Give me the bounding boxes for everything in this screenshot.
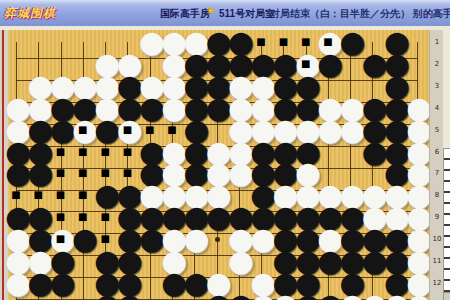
row-label: 11 (430, 257, 444, 265)
black-territory-marker: ■ (72, 184, 94, 206)
black-territory-marker: ■ (72, 141, 94, 163)
black-territory-marker: ■ (116, 162, 138, 184)
row-label: 12 (430, 279, 444, 287)
game-status-text: 对局结束（白：目半胜／分先） 别的高手入室（ (270, 7, 450, 21)
black-territory-marker: ■ (94, 206, 116, 228)
row-label: 7 (430, 169, 444, 177)
black-territory-marker: ■ (94, 162, 116, 184)
black-territory-marker: ■ (5, 184, 27, 206)
row-label: 5 (430, 126, 444, 134)
row-label: 10 (430, 235, 444, 243)
row-label: 8 (430, 191, 444, 199)
room-category-label: 国际高手房 (160, 7, 210, 21)
row-label: 4 (430, 104, 444, 112)
black-territory-marker: ■ (272, 31, 294, 53)
row-label: 3 (430, 82, 444, 90)
black-territory-marker: ■ (250, 31, 272, 53)
black-territory-marker: ■ (139, 119, 161, 141)
red-accent-line (2, 30, 4, 300)
black-territory-marker: ■ (27, 184, 49, 206)
black-territory-marker: ■ (161, 119, 183, 141)
row-label: 1 (430, 38, 444, 46)
title-bar: 弈城围棋 国际高手房 ★ 511号对局室 对局结束（白：目半胜／分先） 别的高手… (0, 0, 450, 27)
black-territory-marker: ■ (72, 162, 94, 184)
black-territory-marker: ■ (295, 31, 317, 53)
row-label: 9 (430, 213, 444, 221)
go-board[interactable]: ●●●●●■■■●■●●●●●●●●●●●■●●●●●●●●●●●●●●●●●●… (8, 30, 429, 300)
black-territory-marker: ■ (50, 206, 72, 228)
move-list-sliver[interactable] (443, 148, 450, 300)
black-territory-marker: ■ (94, 141, 116, 163)
star-point (215, 237, 220, 242)
row-label: 2 (430, 60, 444, 68)
scrollbar-button[interactable] (443, 292, 450, 300)
row-label: 6 (430, 148, 444, 156)
black-territory-marker: ■ (72, 206, 94, 228)
game-window: 弈城围棋 国际高手房 ★ 511号对局室 对局结束（白：目半胜／分先） 别的高手… (0, 0, 450, 300)
black-territory-marker: ■ (94, 228, 116, 250)
app-logo: 弈城围棋 (4, 5, 56, 22)
star-icon: ★ (206, 5, 215, 16)
black-territory-marker: ■ (50, 162, 72, 184)
right-panel-sliver (443, 30, 450, 300)
black-territory-marker: ■ (50, 141, 72, 163)
window-left-border (0, 30, 8, 300)
black-territory-marker: ■ (116, 141, 138, 163)
room-name-label: 511号对局室 (219, 7, 275, 21)
row-coordinates: 123456789101112 (429, 30, 444, 300)
black-territory-marker: ■ (50, 184, 72, 206)
